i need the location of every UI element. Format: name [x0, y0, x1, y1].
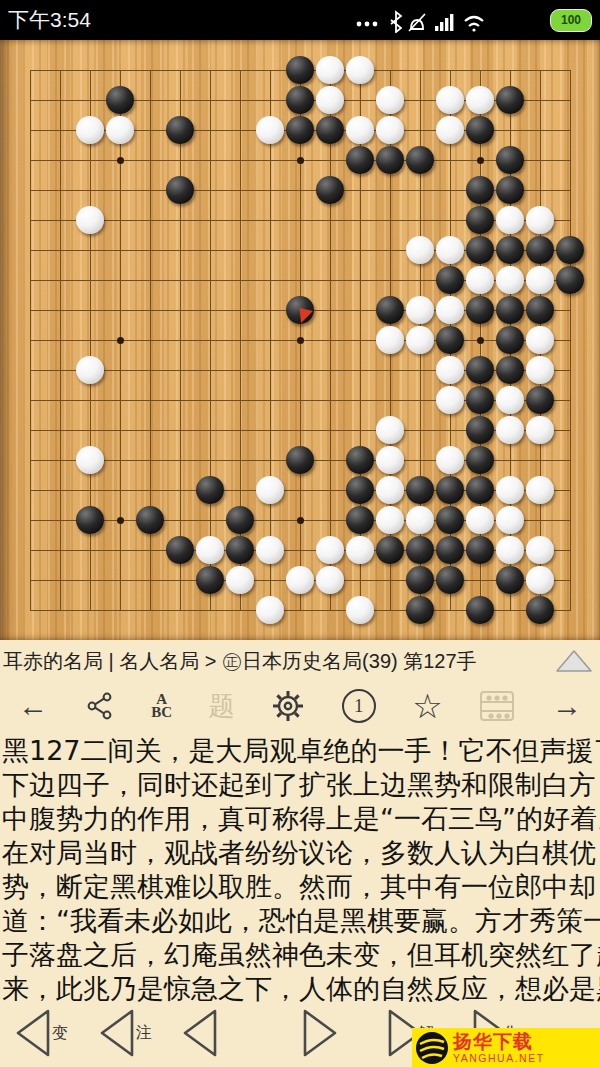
white-stone [526, 356, 554, 384]
commentary-line: 下边四子，同时还起到了扩张上边黑势和限制白方 [2, 768, 600, 802]
go-board[interactable] [0, 40, 600, 640]
black-stone [406, 476, 434, 504]
commentary-line: 子落盘之后，幻庵虽然神色未变，但耳机突然红了起 [2, 938, 600, 972]
star-point [117, 517, 124, 524]
black-stone [466, 536, 494, 564]
signal-icon [435, 14, 453, 31]
commentary-panel[interactable]: 黑127二间关，是大局观卓绝的一手！它不但声援了 下边四子，同时还起到了扩张上边… [0, 730, 600, 1002]
black-stone [106, 86, 134, 114]
black-stone [346, 446, 374, 474]
white-stone [286, 566, 314, 594]
black-stone [196, 566, 224, 594]
commentary-line: 在对局当时，观战者纷纷议论，多数人认为白棋优 [2, 836, 600, 870]
prev-move-button[interactable]: ← [18, 684, 48, 728]
star-point [477, 337, 484, 344]
watermark-badge: 扬华下载 YANGHUA.NET [412, 1028, 600, 1067]
black-stone [526, 296, 554, 324]
white-stone [376, 416, 404, 444]
abacus-icon [479, 690, 515, 722]
black-stone [226, 506, 254, 534]
abc-icon: ABC [151, 693, 172, 719]
white-stone [316, 86, 344, 114]
black-stone [436, 566, 464, 594]
black-stone [436, 476, 464, 504]
status-icons [353, 7, 543, 33]
white-stone [526, 416, 554, 444]
white-stone [346, 56, 374, 84]
black-stone [466, 476, 494, 504]
share-button[interactable] [85, 684, 115, 728]
black-stone [406, 146, 434, 174]
black-stone [466, 446, 494, 474]
black-stone [436, 266, 464, 294]
black-stone [436, 506, 464, 534]
variation-button[interactable]: 变 [8, 1004, 56, 1062]
black-stone [376, 296, 404, 324]
status-bar: 下午3:54 [0, 0, 600, 40]
white-stone [76, 116, 104, 144]
white-stone [436, 86, 464, 114]
black-stone [166, 116, 194, 144]
white-stone [466, 506, 494, 534]
black-stone [496, 176, 524, 204]
white-stone [316, 56, 344, 84]
black-stone [76, 506, 104, 534]
black-stone [376, 536, 404, 564]
letters-button[interactable]: ABC [151, 684, 172, 728]
black-stone [436, 326, 464, 354]
white-stone [526, 266, 554, 294]
black-stone [136, 506, 164, 534]
white-stone [406, 296, 434, 324]
black-stone [526, 386, 554, 414]
black-stone [406, 596, 434, 624]
step-forward-button[interactable] [297, 1004, 345, 1062]
black-stone [526, 596, 554, 624]
step-back-button[interactable] [175, 1004, 223, 1062]
next-move-button[interactable]: → [552, 684, 582, 728]
more-dots-icon [357, 22, 378, 27]
black-stone [436, 536, 464, 564]
black-stone [496, 86, 524, 114]
annotation-button[interactable]: 注 [92, 1004, 140, 1062]
black-stone [466, 206, 494, 234]
star-point [117, 337, 124, 344]
black-stone [376, 146, 404, 174]
white-stone [406, 236, 434, 264]
white-stone [76, 206, 104, 234]
star-point [297, 517, 304, 524]
white-stone [526, 326, 554, 354]
white-stone [436, 236, 464, 264]
white-stone [376, 506, 404, 534]
black-stone [346, 506, 374, 534]
gear-icon [271, 689, 305, 723]
white-stone [496, 536, 524, 564]
white-stone [316, 536, 344, 564]
black-stone [526, 236, 554, 264]
circle-one-icon: 1 [342, 689, 376, 723]
share-icon [85, 691, 115, 721]
title-bar: 耳赤的名局 | 名人名局 > ㊣日本历史名局(39) 第127手 [0, 640, 600, 682]
white-stone [376, 86, 404, 114]
black-stone [316, 176, 344, 204]
collapse-panel-button[interactable] [554, 648, 594, 674]
black-stone [556, 236, 584, 264]
settings-button[interactable] [271, 684, 305, 728]
black-stone [286, 446, 314, 474]
commentary-line: 势，断定黑棋难以取胜。然而，其中有一位郎中却 [2, 870, 600, 904]
black-stone [496, 566, 524, 594]
white-stone [346, 116, 374, 144]
black-stone [466, 236, 494, 264]
white-stone [496, 386, 524, 414]
white-stone [496, 416, 524, 444]
white-stone [436, 386, 464, 414]
white-stone [436, 296, 464, 324]
star-point [297, 157, 304, 164]
black-stone [346, 476, 374, 504]
commentary-line: 道：“我看未必如此，恐怕是黑棋要赢。方才秀策一 [2, 904, 600, 938]
white-stone [76, 446, 104, 474]
watermark-subtitle: YANGHUA.NET [453, 1053, 545, 1064]
black-stone [466, 416, 494, 444]
black-stone [226, 536, 254, 564]
bluetooth-icon [391, 12, 401, 32]
white-stone [526, 536, 554, 564]
black-stone [286, 86, 314, 114]
white-stone [496, 206, 524, 234]
battery-icon: 100 [550, 9, 592, 32]
black-stone [466, 296, 494, 324]
commentary-line: 来，此兆乃是惊急之下，人体的自然反应，想必是黑 [2, 972, 600, 1002]
commentary-line: 中腹势力的作用，真可称得上是“一石三鸟”的好着。 [2, 802, 600, 836]
dragon-logo-icon [414, 1030, 450, 1066]
game-title: 耳赤的名局 | 名人名局 > ㊣日本历史名局(39) 第127手 [3, 648, 477, 675]
favorite-button[interactable]: ☆ [412, 684, 442, 728]
white-stone [526, 476, 554, 504]
black-stone [496, 296, 524, 324]
mute-bell-icon [409, 14, 425, 31]
black-stone [286, 116, 314, 144]
black-stone [316, 116, 344, 144]
white-stone [466, 266, 494, 294]
problem-button[interactable]: 题 [209, 684, 235, 728]
white-stone [226, 566, 254, 594]
white-stone [496, 476, 524, 504]
white-stone [376, 476, 404, 504]
grid-line [330, 70, 331, 611]
black-stone [196, 476, 224, 504]
grid-line [570, 70, 571, 611]
black-stone [466, 386, 494, 414]
star-point [477, 157, 484, 164]
white-stone [376, 446, 404, 474]
white-stone [376, 116, 404, 144]
count-button[interactable] [479, 684, 515, 728]
last-move-marker-icon [286, 296, 314, 324]
white-stone [496, 506, 524, 534]
watermark-title: 扬华下载 [453, 1032, 545, 1051]
black-stone [406, 566, 434, 594]
white-stone [496, 266, 524, 294]
black-stone [496, 326, 524, 354]
white-stone [346, 596, 374, 624]
black-stone [166, 176, 194, 204]
star-point [297, 337, 304, 344]
white-stone [256, 596, 284, 624]
white-stone [436, 356, 464, 384]
problem-icon: 题 [209, 689, 235, 724]
white-stone [526, 566, 554, 594]
commentary-line: 黑127二间关，是大局观卓绝的一手！它不但声援了 [2, 734, 600, 768]
white-stone [436, 116, 464, 144]
move-number-button[interactable]: 1 [342, 684, 376, 728]
black-stone [166, 536, 194, 564]
white-stone [316, 566, 344, 594]
black-stone [556, 266, 584, 294]
black-stone [286, 56, 314, 84]
black-stone [466, 116, 494, 144]
wifi-icon [465, 17, 483, 32]
white-stone [256, 116, 284, 144]
white-stone [466, 86, 494, 114]
white-stone [376, 326, 404, 354]
marked-stone [286, 296, 314, 324]
white-stone [406, 506, 434, 534]
toolbar: ← ABC 题 [0, 682, 600, 730]
black-stone [496, 356, 524, 384]
black-stone [346, 146, 374, 174]
white-stone [76, 356, 104, 384]
white-stone [526, 206, 554, 234]
white-stone [406, 326, 434, 354]
white-stone [106, 116, 134, 144]
star-icon: ☆ [412, 689, 442, 723]
black-stone [496, 146, 524, 174]
white-stone [256, 536, 284, 564]
white-stone [346, 536, 374, 564]
white-stone [256, 476, 284, 504]
white-stone [196, 536, 224, 564]
black-stone [496, 236, 524, 264]
black-stone [466, 596, 494, 624]
white-stone [436, 446, 464, 474]
black-stone [406, 536, 434, 564]
clock: 下午3:54 [8, 6, 91, 34]
black-stone [466, 356, 494, 384]
black-stone [466, 176, 494, 204]
star-point [117, 157, 124, 164]
